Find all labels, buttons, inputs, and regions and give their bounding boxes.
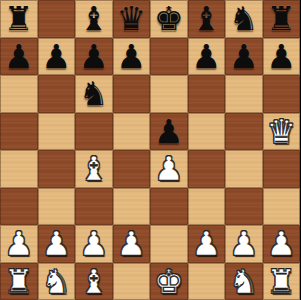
piece-white-pawn-f2[interactable]: ♟ [191, 225, 221, 262]
square-c7[interactable]: ♟ [75, 38, 113, 76]
square-h7[interactable]: ♟ [263, 38, 301, 76]
square-c4[interactable]: ♝ [75, 150, 113, 188]
piece-black-knight-c6[interactable]: ♞ [79, 75, 109, 112]
square-c3[interactable] [75, 188, 113, 226]
square-f4[interactable] [188, 150, 226, 188]
square-e8[interactable]: ♚ [150, 0, 188, 38]
square-b5[interactable] [38, 113, 76, 151]
piece-black-bishop-f8[interactable]: ♝ [191, 0, 221, 37]
square-e3[interactable] [150, 188, 188, 226]
piece-white-pawn-e4[interactable]: ♟ [154, 150, 184, 187]
piece-black-pawn-g7[interactable]: ♟ [229, 38, 259, 75]
square-h5[interactable]: ♛ [263, 113, 301, 151]
square-a7[interactable]: ♟ [0, 38, 38, 76]
square-d2[interactable]: ♟ [113, 225, 151, 263]
piece-black-pawn-e5[interactable]: ♟ [154, 113, 184, 150]
square-c1[interactable]: ♝ [75, 263, 113, 300]
piece-white-pawn-d2[interactable]: ♟ [116, 225, 146, 262]
piece-black-pawn-c7[interactable]: ♟ [79, 38, 109, 75]
piece-white-rook-h1[interactable]: ♜ [266, 263, 296, 300]
square-h4[interactable] [263, 150, 301, 188]
piece-white-pawn-h2[interactable]: ♟ [266, 225, 296, 262]
piece-white-knight-g1[interactable]: ♞ [229, 263, 259, 300]
square-a8[interactable]: ♜ [0, 0, 38, 38]
square-c2[interactable]: ♟ [75, 225, 113, 263]
square-c8[interactable]: ♝ [75, 0, 113, 38]
square-g6[interactable] [225, 75, 263, 113]
piece-black-pawn-b7[interactable]: ♟ [41, 38, 71, 75]
square-d5[interactable] [113, 113, 151, 151]
piece-white-king-e1[interactable]: ♚ [154, 263, 184, 300]
piece-white-knight-b1[interactable]: ♞ [41, 263, 71, 300]
square-g2[interactable]: ♟ [225, 225, 263, 263]
square-f2[interactable]: ♟ [188, 225, 226, 263]
square-c5[interactable] [75, 113, 113, 151]
square-e6[interactable] [150, 75, 188, 113]
square-d4[interactable] [113, 150, 151, 188]
square-h8[interactable]: ♜ [263, 0, 301, 38]
square-e2[interactable] [150, 225, 188, 263]
square-h6[interactable] [263, 75, 301, 113]
square-b6[interactable] [38, 75, 76, 113]
square-g4[interactable] [225, 150, 263, 188]
piece-white-rook-a1[interactable]: ♜ [4, 263, 34, 300]
square-d6[interactable] [113, 75, 151, 113]
square-h1[interactable]: ♜ [263, 263, 301, 300]
piece-white-pawn-b2[interactable]: ♟ [41, 225, 71, 262]
piece-black-king-e8[interactable]: ♚ [154, 0, 184, 37]
square-g3[interactable] [225, 188, 263, 226]
square-b3[interactable] [38, 188, 76, 226]
square-c6[interactable]: ♞ [75, 75, 113, 113]
square-g1[interactable]: ♞ [225, 263, 263, 300]
square-f8[interactable]: ♝ [188, 0, 226, 38]
square-e4[interactable]: ♟ [150, 150, 188, 188]
piece-white-pawn-c2[interactable]: ♟ [79, 225, 109, 262]
square-g7[interactable]: ♟ [225, 38, 263, 76]
piece-black-bishop-c8[interactable]: ♝ [79, 0, 109, 37]
square-f5[interactable] [188, 113, 226, 151]
piece-black-knight-g8[interactable]: ♞ [229, 0, 259, 37]
square-e7[interactable] [150, 38, 188, 76]
piece-white-queen-h5[interactable]: ♛ [266, 113, 296, 150]
square-b1[interactable]: ♞ [38, 263, 76, 300]
square-d1[interactable] [113, 263, 151, 300]
square-e5[interactable]: ♟ [150, 113, 188, 151]
piece-white-pawn-g2[interactable]: ♟ [229, 225, 259, 262]
square-d8[interactable]: ♛ [113, 0, 151, 38]
square-d3[interactable] [113, 188, 151, 226]
piece-black-rook-a8[interactable]: ♜ [4, 0, 34, 37]
piece-black-pawn-a7[interactable]: ♟ [4, 38, 34, 75]
square-a1[interactable]: ♜ [0, 263, 38, 300]
square-a5[interactable] [0, 113, 38, 151]
square-a6[interactable] [0, 75, 38, 113]
piece-white-pawn-a2[interactable]: ♟ [4, 225, 34, 262]
piece-white-bishop-c4[interactable]: ♝ [79, 150, 109, 187]
square-a2[interactable]: ♟ [0, 225, 38, 263]
square-f6[interactable] [188, 75, 226, 113]
square-b2[interactable]: ♟ [38, 225, 76, 263]
piece-black-pawn-d7[interactable]: ♟ [116, 38, 146, 75]
square-a3[interactable] [0, 188, 38, 226]
square-b8[interactable] [38, 0, 76, 38]
square-b7[interactable]: ♟ [38, 38, 76, 76]
square-h3[interactable] [263, 188, 301, 226]
piece-white-bishop-c1[interactable]: ♝ [79, 263, 109, 300]
piece-black-queen-d8[interactable]: ♛ [116, 0, 146, 37]
square-f7[interactable]: ♟ [188, 38, 226, 76]
square-g8[interactable]: ♞ [225, 0, 263, 38]
piece-black-rook-h8[interactable]: ♜ [266, 0, 296, 37]
square-h2[interactable]: ♟ [263, 225, 301, 263]
square-g5[interactable] [225, 113, 263, 151]
piece-black-pawn-f7[interactable]: ♟ [191, 38, 221, 75]
piece-black-pawn-h7[interactable]: ♟ [266, 38, 296, 75]
square-e1[interactable]: ♚ [150, 263, 188, 300]
square-f1[interactable] [188, 263, 226, 300]
square-d7[interactable]: ♟ [113, 38, 151, 76]
square-b4[interactable] [38, 150, 76, 188]
square-a4[interactable] [0, 150, 38, 188]
chess-board: ♜♝♛♚♝♞♜♟♟♟♟♟♟♟♞♟♛♝♟♟♟♟♟♟♟♟♜♞♝♚♞♜ [0, 0, 300, 300]
square-f3[interactable] [188, 188, 226, 226]
